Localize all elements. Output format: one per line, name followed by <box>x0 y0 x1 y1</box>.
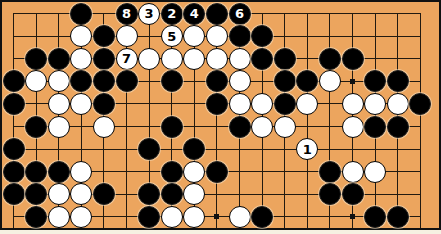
white-stone <box>70 48 92 70</box>
move-number: 2 <box>167 7 176 20</box>
grid-vline <box>307 13 308 228</box>
white-stone <box>229 48 251 70</box>
black-stone <box>3 138 25 160</box>
white-stone <box>296 93 318 115</box>
white-stone <box>48 93 70 115</box>
grid-hline <box>13 149 421 150</box>
black-stone <box>93 70 115 92</box>
move-number: 7 <box>122 52 131 65</box>
black-stone <box>3 183 25 205</box>
black-stone-move-4: 4 <box>183 3 205 25</box>
white-stone <box>70 183 92 205</box>
black-stone <box>364 70 386 92</box>
black-stone <box>229 25 251 47</box>
star-point <box>214 214 219 219</box>
white-stone <box>48 70 70 92</box>
white-stone <box>116 25 138 47</box>
black-stone <box>138 138 160 160</box>
black-stone-move-6: 6 <box>229 3 251 25</box>
black-stone <box>138 183 160 205</box>
black-stone <box>25 48 47 70</box>
black-stone <box>25 206 47 228</box>
white-stone <box>138 48 160 70</box>
white-stone <box>364 161 386 183</box>
white-stone <box>183 25 205 47</box>
black-stone <box>274 70 296 92</box>
star-point <box>350 214 355 219</box>
white-stone <box>206 25 228 47</box>
white-stone <box>93 116 115 138</box>
black-stone <box>364 116 386 138</box>
black-stone <box>116 70 138 92</box>
black-stone <box>48 48 70 70</box>
black-stone <box>48 161 70 183</box>
white-stone <box>183 48 205 70</box>
black-stone <box>206 3 228 25</box>
board-frame: 83246571 <box>0 0 441 230</box>
white-stone <box>70 93 92 115</box>
black-stone <box>25 116 47 138</box>
black-stone <box>183 138 205 160</box>
black-stone <box>387 116 409 138</box>
black-stone <box>229 116 251 138</box>
black-stone <box>274 48 296 70</box>
white-stone <box>70 206 92 228</box>
black-stone <box>251 25 273 47</box>
white-stone <box>161 48 183 70</box>
move-number: 4 <box>190 7 199 20</box>
white-stone <box>229 206 251 228</box>
black-stone <box>161 183 183 205</box>
move-number: 6 <box>235 7 244 20</box>
black-stone <box>319 161 341 183</box>
white-stone-move-3: 3 <box>138 3 160 25</box>
move-number: 1 <box>303 143 312 156</box>
move-number: 3 <box>145 7 154 20</box>
white-stone <box>70 161 92 183</box>
white-stone <box>183 161 205 183</box>
white-stone <box>342 161 364 183</box>
black-stone <box>93 93 115 115</box>
black-stone <box>25 183 47 205</box>
white-stone <box>161 206 183 228</box>
black-stone <box>3 161 25 183</box>
black-stone <box>138 206 160 228</box>
black-stone <box>25 161 47 183</box>
black-stone <box>70 3 92 25</box>
black-stone <box>161 70 183 92</box>
black-stone <box>409 93 431 115</box>
black-stone-move-2: 2 <box>161 3 183 25</box>
black-stone <box>93 48 115 70</box>
white-stone <box>48 183 70 205</box>
white-stone <box>183 206 205 228</box>
go-diagram: 83246571 <box>0 0 441 234</box>
black-stone <box>161 161 183 183</box>
black-stone <box>342 183 364 205</box>
black-stone <box>161 116 183 138</box>
black-stone <box>3 93 25 115</box>
go-board: 83246571 <box>2 2 439 228</box>
white-stone <box>251 116 273 138</box>
black-stone <box>70 70 92 92</box>
black-stone <box>387 206 409 228</box>
black-stone <box>319 183 341 205</box>
white-stone <box>364 93 386 115</box>
white-stone <box>48 206 70 228</box>
black-stone <box>251 48 273 70</box>
black-stone <box>364 206 386 228</box>
black-stone <box>93 183 115 205</box>
white-stone <box>183 183 205 205</box>
move-number: 5 <box>167 30 176 43</box>
white-stone <box>48 116 70 138</box>
white-stone-move-1: 1 <box>296 138 318 160</box>
white-stone <box>387 93 409 115</box>
white-stone <box>206 48 228 70</box>
black-stone-move-8: 8 <box>116 3 138 25</box>
black-stone <box>251 206 273 228</box>
black-stone <box>296 70 318 92</box>
black-stone <box>206 93 228 115</box>
white-stone <box>342 93 364 115</box>
black-stone <box>274 93 296 115</box>
white-stone <box>342 116 364 138</box>
black-stone <box>342 48 364 70</box>
white-stone <box>70 25 92 47</box>
white-stone <box>229 70 251 92</box>
black-stone <box>387 70 409 92</box>
white-stone <box>251 93 273 115</box>
black-stone <box>206 70 228 92</box>
white-stone <box>229 93 251 115</box>
white-stone <box>274 116 296 138</box>
star-point <box>350 79 355 84</box>
move-number: 8 <box>122 7 131 20</box>
board-bottom-strip <box>0 230 441 234</box>
black-stone <box>206 161 228 183</box>
white-stone-move-7: 7 <box>116 48 138 70</box>
white-stone <box>319 70 341 92</box>
black-stone <box>3 70 25 92</box>
black-stone <box>319 48 341 70</box>
black-stone <box>93 25 115 47</box>
white-stone <box>25 70 47 92</box>
grid-vline <box>420 13 421 228</box>
white-stone-move-5: 5 <box>161 25 183 47</box>
